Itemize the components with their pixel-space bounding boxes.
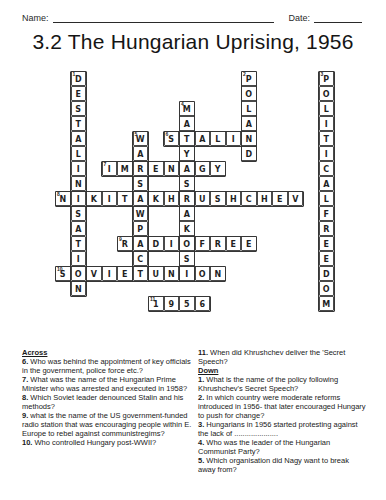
grid-cell-r9c2[interactable]: I: [71, 191, 87, 206]
clue-across-7: 7. What was the name of the Hungarian Pr…: [22, 375, 194, 393]
grid-cell-r8c6[interactable]: S: [133, 176, 149, 191]
grid-cell-r4c9[interactable]: A: [179, 116, 195, 131]
grid-cell-r2c2[interactable]: E: [71, 86, 87, 101]
grid-cell-r9c9[interactable]: R: [179, 191, 195, 206]
grid-cell-r12c2[interactable]: T: [71, 236, 87, 251]
grid-cell-r12c11[interactable]: R: [210, 236, 226, 251]
cell-letter: A: [75, 224, 81, 234]
cell-letter: E: [153, 164, 158, 174]
grid-cell-r1c2[interactable]: D1: [71, 71, 87, 86]
cell-letter: T: [76, 119, 81, 129]
cell-letter: N: [245, 134, 252, 144]
grid-cell-r12c12[interactable]: E: [226, 236, 242, 251]
cell-letter: D: [245, 149, 252, 159]
grid-cell-r8c2[interactable]: N: [71, 176, 87, 191]
grid-cell-r7c11[interactable]: Y: [210, 161, 226, 176]
grid-cell-r14c1[interactable]: S10: [55, 266, 71, 281]
clue-down-5: 5. Which organisation did Nagy want to b…: [198, 456, 366, 474]
grid-cell-r8c18[interactable]: A: [319, 176, 335, 191]
grid-cell-r12c18[interactable]: E: [319, 236, 335, 251]
cell-letter: O: [199, 269, 206, 279]
grid-cell-r9c15[interactable]: E: [272, 191, 288, 206]
cell-letter: I: [325, 119, 328, 129]
grid-cell-r5c6[interactable]: W5: [133, 131, 149, 146]
cell-letter: L: [324, 194, 329, 204]
clue-number-badge: 2: [243, 72, 246, 77]
grid-cell-r8c9[interactable]: S: [179, 176, 195, 191]
grid-cell-r7c8[interactable]: N: [164, 161, 180, 176]
grid-cell-r5c2[interactable]: A: [71, 131, 87, 146]
clue-down-4: 4. Who was the leader of the Hungarian C…: [198, 438, 366, 456]
grid-cell-r12c8[interactable]: I: [164, 236, 180, 251]
grid-cell-r1c13[interactable]: P2: [241, 71, 257, 86]
grid-cell-r9c8[interactable]: H: [164, 191, 180, 206]
grid-cell-r3c2[interactable]: S: [71, 101, 87, 116]
cell-letter: I: [108, 194, 111, 204]
clue-number-badge: 7: [104, 162, 107, 167]
cell-letter: A: [184, 119, 190, 129]
cell-letter: L: [324, 104, 329, 114]
grid-cell-r10c2[interactable]: S: [71, 206, 87, 221]
down-clues-column: 11. When did Khrushchev deliver the 'Sec…: [198, 348, 366, 474]
grid-cell-r13c18[interactable]: E: [319, 251, 335, 266]
grid-cell-r16c10[interactable]: 6: [195, 296, 211, 311]
grid-cell-r12c5[interactable]: R9: [117, 236, 133, 251]
cell-letter: L: [246, 104, 251, 114]
cell-letter: A: [323, 179, 329, 189]
cell-letter: O: [183, 239, 190, 249]
cell-letter: H: [230, 194, 237, 204]
cell-letter: I: [77, 194, 80, 204]
cell-letter: R: [122, 239, 128, 249]
grid-cell-r9c1[interactable]: N8: [55, 191, 71, 206]
grid-cell-r5c13[interactable]: N: [241, 131, 257, 146]
cell-letter: T: [184, 134, 189, 144]
grid-cell-r15c2[interactable]: N: [71, 281, 87, 296]
page-title: 3.2 The Hungarian Uprising, 1956: [0, 30, 386, 54]
cell-letter: T: [122, 194, 127, 204]
grid-cell-r7c9[interactable]: A: [179, 161, 195, 176]
cell-letter: O: [75, 269, 82, 279]
cell-letter: W: [136, 209, 145, 219]
clue-across-10: 10. Who controlled Hungary post-WWII?: [22, 438, 194, 447]
name-label: Name:: [22, 13, 49, 23]
down-heading: Down: [198, 366, 366, 375]
cell-letter: N: [214, 269, 221, 279]
grid-cell-r7c6[interactable]: R: [133, 161, 149, 176]
cell-letter: Y: [184, 149, 190, 159]
grid-cell-r4c2[interactable]: T: [71, 116, 87, 131]
grid-cell-r11c6[interactable]: P: [133, 221, 149, 236]
grid-cell-r9c11[interactable]: S: [210, 191, 226, 206]
cell-letter: S: [215, 194, 221, 204]
grid-cell-r14c3[interactable]: V: [86, 266, 102, 281]
grid-cell-r5c10[interactable]: A: [195, 131, 211, 146]
clue-number-badge: 3: [321, 72, 324, 77]
cell-letter: N: [75, 284, 82, 294]
grid-cell-r9c4[interactable]: I: [102, 191, 118, 206]
cell-letter: E: [277, 194, 282, 204]
cell-letter: S: [184, 254, 190, 264]
cell-letter: R: [323, 224, 329, 234]
clue-down-2: 2. In which country were moderate reform…: [198, 393, 366, 420]
grid-cell-r7c4[interactable]: I7: [102, 161, 118, 176]
grid-cell-r14c11[interactable]: N: [210, 266, 226, 281]
grid-cell-r11c2[interactable]: A: [71, 221, 87, 236]
grid-cell-r13c2[interactable]: I: [71, 251, 87, 266]
clue-down-3: 3. Hungarians in 1956 started protesting…: [198, 420, 366, 438]
grid-cell-r5c12[interactable]: I: [226, 131, 242, 146]
cell-letter: L: [76, 149, 81, 159]
crossword-grid: D1P2P3EOOSM4LLTAAIAW5S6TALINTLAYDIII7MRE…: [55, 71, 334, 311]
grid-cell-r11c18[interactable]: R: [319, 221, 335, 236]
cell-letter: I: [77, 164, 80, 174]
grid-cell-r5c9[interactable]: T: [179, 131, 195, 146]
grid-cell-r4c13[interactable]: A: [241, 116, 257, 131]
cell-letter: C: [323, 164, 329, 174]
grid-cell-r2c13[interactable]: O: [241, 86, 257, 101]
grid-cell-r9c14[interactable]: H: [257, 191, 273, 206]
clue-across-8: 8. Which Soviet leader denounced Stalin …: [22, 393, 194, 411]
clue-number-badge: 5: [135, 132, 138, 137]
cell-letter: T: [138, 269, 143, 279]
grid-cell-r1c18[interactable]: P3: [319, 71, 335, 86]
grid-cell-r9c6[interactable]: A: [133, 191, 149, 206]
grid-cell-r15c18[interactable]: O: [319, 281, 335, 296]
name-input-line[interactable]: [53, 12, 275, 23]
grid-cell-r7c2[interactable]: I: [71, 161, 87, 176]
grid-cell-r16c8[interactable]: 9: [164, 296, 180, 311]
clue-across-6: 6. Who was behind the appointment of key…: [22, 357, 194, 375]
grid-cell-r7c10[interactable]: G: [195, 161, 211, 176]
grid-cell-r16c18[interactable]: M: [319, 296, 335, 311]
cell-letter: G: [199, 164, 206, 174]
grid-cell-r3c13[interactable]: L: [241, 101, 257, 116]
grid-cell-r2c18[interactable]: O: [319, 86, 335, 101]
cell-letter: 9: [168, 299, 174, 309]
cell-letter: T: [76, 239, 81, 249]
clue-down-1: 1. What is the name of the policy follow…: [198, 375, 366, 393]
cell-letter: E: [231, 239, 236, 249]
cell-letter: T: [324, 134, 329, 144]
grid-cell-r13c6[interactable]: C: [133, 251, 149, 266]
across-heading: Across: [22, 348, 194, 357]
grid-cell-r10c6[interactable]: W: [133, 206, 149, 221]
clue-number-badge: 1: [73, 72, 76, 77]
grid-cell-r6c6[interactable]: A: [133, 146, 149, 161]
grid-cell-r12c10[interactable]: F: [195, 236, 211, 251]
clue-number-badge: 8: [57, 192, 60, 197]
grid-cell-r16c7[interactable]: 111: [148, 296, 164, 311]
grid-cell-r6c2[interactable]: L: [71, 146, 87, 161]
grid-cell-r11c9[interactable]: K: [179, 221, 195, 236]
cell-letter: Y: [215, 164, 221, 174]
grid-cell-r3c18[interactable]: L: [319, 101, 335, 116]
clue-number-badge: 10: [57, 267, 63, 272]
grid-cell-r14c6[interactable]: T: [133, 266, 149, 281]
cell-letter: V: [292, 194, 298, 204]
cell-letter: S: [137, 179, 143, 189]
worksheet-header: Name: Date:: [22, 12, 362, 23]
cell-letter: M: [322, 299, 330, 309]
cell-letter: C: [137, 254, 143, 264]
grid-cell-r9c12[interactable]: H: [226, 191, 242, 206]
cell-letter: D: [75, 74, 82, 84]
cell-letter: E: [324, 239, 329, 249]
grid-cell-r14c5[interactable]: E: [117, 266, 133, 281]
grid-cell-r14c8[interactable]: N: [164, 266, 180, 281]
cell-letter: I: [325, 149, 328, 159]
grid-cell-r14c18[interactable]: D: [319, 266, 335, 281]
cell-letter: U: [199, 194, 206, 204]
clue-across-9: 9. what is the name of the US government…: [22, 411, 194, 438]
cell-letter: R: [137, 164, 143, 174]
cell-letter: O: [323, 89, 330, 99]
cell-letter: L: [215, 134, 220, 144]
clue-number-badge: 6: [166, 132, 169, 137]
cell-letter: I: [108, 164, 111, 174]
grid-cell-r14c10[interactable]: O: [195, 266, 211, 281]
cell-letter: E: [122, 269, 127, 279]
clue-number-badge: 9: [119, 237, 122, 242]
cell-letter: 6: [199, 299, 205, 309]
cell-letter: S: [75, 209, 81, 219]
cell-letter: N: [75, 179, 82, 189]
cell-letter: P: [323, 74, 329, 84]
date-label: Date:: [288, 13, 310, 23]
cell-letter: C: [246, 194, 252, 204]
grid-cell-r6c18[interactable]: I: [319, 146, 335, 161]
grid-cell-r10c18[interactable]: F: [319, 206, 335, 221]
grid-cell-r13c9[interactable]: S: [179, 251, 195, 266]
cell-letter: F: [200, 239, 205, 249]
grid-cell-r5c8[interactable]: S6: [164, 131, 180, 146]
cell-letter: R: [215, 239, 221, 249]
cell-letter: 5: [184, 299, 190, 309]
grid-cell-r4c18[interactable]: I: [319, 116, 335, 131]
cell-letter: K: [153, 194, 159, 204]
cell-letter: E: [246, 239, 251, 249]
grid-cell-r9c18[interactable]: L: [319, 191, 335, 206]
grid-cell-r7c18[interactable]: C: [319, 161, 335, 176]
cell-letter: K: [91, 194, 97, 204]
cell-letter: I: [108, 269, 111, 279]
grid-cell-r12c7[interactable]: D: [148, 236, 164, 251]
cell-letter: P: [246, 74, 252, 84]
cell-letter: I: [170, 239, 173, 249]
cell-letter: A: [75, 134, 81, 144]
cell-letter: A: [246, 119, 252, 129]
cell-letter: A: [137, 194, 143, 204]
cell-letter: M: [121, 164, 129, 174]
clue-number-badge: 4: [181, 102, 184, 107]
cell-letter: V: [91, 269, 97, 279]
grid-cell-r16c9[interactable]: 5: [179, 296, 195, 311]
grid-cell-r12c13[interactable]: E: [241, 236, 257, 251]
cell-letter: A: [199, 134, 205, 144]
grid-cell-r10c9[interactable]: A: [179, 206, 195, 221]
cell-letter: O: [323, 284, 330, 294]
clue-number-badge: 11: [150, 297, 155, 302]
cell-letter: A: [184, 209, 190, 219]
cell-letter: P: [137, 224, 143, 234]
grid-cell-r9c16[interactable]: V: [288, 191, 304, 206]
grid-cell-r9c3[interactable]: K: [86, 191, 102, 206]
cell-letter: E: [76, 89, 81, 99]
clue-across-11: 11. When did Khrushchev deliver the 'Sec…: [198, 348, 366, 366]
grid-cell-r7c5[interactable]: M: [117, 161, 133, 176]
cell-letter: K: [184, 224, 190, 234]
grid-cell-r12c9[interactable]: O: [179, 236, 195, 251]
cell-letter: S: [184, 179, 190, 189]
cell-letter: U: [153, 269, 160, 279]
cell-letter: H: [168, 194, 175, 204]
cell-letter: A: [137, 239, 143, 249]
cell-letter: I: [77, 254, 80, 264]
grid-cell-r9c7[interactable]: K: [148, 191, 164, 206]
grid-cell-r9c13[interactable]: C: [241, 191, 257, 206]
grid-cell-r9c5[interactable]: T: [117, 191, 133, 206]
cell-letter: S: [75, 104, 81, 114]
cell-letter: E: [324, 254, 329, 264]
cell-letter: S: [168, 134, 174, 144]
cell-letter: H: [261, 194, 268, 204]
grid-cell-r5c18[interactable]: T: [319, 131, 335, 146]
cell-letter: N: [168, 269, 175, 279]
grid-cell-r12c6[interactable]: A: [133, 236, 149, 251]
grid-cell-r9c10[interactable]: U: [195, 191, 211, 206]
grid-cell-r7c7[interactable]: E: [148, 161, 164, 176]
cell-letter: D: [152, 239, 159, 249]
grid-cell-r5c11[interactable]: L: [210, 131, 226, 146]
date-input-line[interactable]: [314, 12, 362, 23]
cell-letter: D: [323, 269, 330, 279]
cell-letter: I: [232, 134, 235, 144]
cell-letter: A: [137, 149, 143, 159]
grid-cell-r3c9[interactable]: M4: [179, 101, 195, 116]
cell-letter: O: [245, 89, 252, 99]
grid-cell-r14c9[interactable]: I: [179, 266, 195, 281]
grid-cell-r14c4[interactable]: I: [102, 266, 118, 281]
cell-letter: A: [184, 164, 190, 174]
grid-cell-r14c7[interactable]: U: [148, 266, 164, 281]
cell-letter: N: [168, 164, 175, 174]
grid-cell-r6c9[interactable]: Y: [179, 146, 195, 161]
clues-section: Across 6. Who was behind the appointment…: [22, 348, 366, 474]
across-clues-column: Across 6. Who was behind the appointment…: [22, 348, 194, 474]
cell-letter: I: [185, 269, 188, 279]
cell-letter: R: [184, 194, 190, 204]
grid-cell-r6c13[interactable]: D: [241, 146, 257, 161]
grid-cell-r14c2[interactable]: O: [71, 266, 87, 281]
cell-letter: N: [59, 194, 66, 204]
cell-letter: F: [324, 209, 329, 219]
